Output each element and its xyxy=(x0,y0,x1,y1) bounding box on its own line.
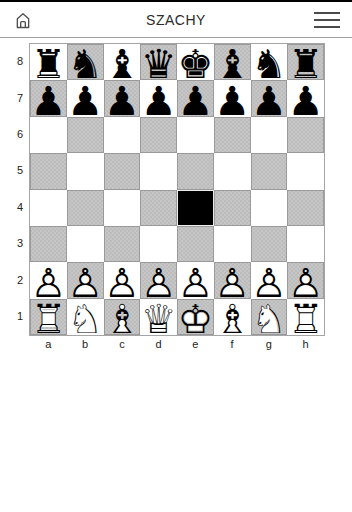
white-rook-a1: ♜♖ xyxy=(30,299,66,335)
file-label-f: f xyxy=(214,338,251,350)
square-c4[interactable] xyxy=(104,190,141,226)
white-pawn-a2: ♟♙ xyxy=(30,263,66,299)
black-king-e8: ♚ xyxy=(177,44,213,80)
black-pawn-c7: ♟ xyxy=(104,81,140,117)
square-b2[interactable]: ♟♙ xyxy=(67,262,104,298)
white-bishop-c1: ♝♗ xyxy=(104,299,140,335)
black-queen-d8: ♛ xyxy=(141,44,177,80)
square-f5[interactable] xyxy=(214,153,251,189)
square-d6[interactable] xyxy=(140,117,177,153)
page-title: SZACHY xyxy=(0,2,352,37)
black-pawn-f7: ♟ xyxy=(214,81,250,117)
file-label-e: e xyxy=(177,338,214,350)
square-g5[interactable] xyxy=(251,153,288,189)
square-e7[interactable]: ♟ xyxy=(177,80,214,116)
square-e3[interactable] xyxy=(177,226,214,262)
black-knight-g8: ♞ xyxy=(251,44,287,80)
rank-label-5: 5 xyxy=(0,152,29,188)
file-label-g: g xyxy=(251,338,288,350)
square-b7[interactable]: ♟ xyxy=(67,80,104,116)
square-b1[interactable]: ♞♘ xyxy=(67,299,104,335)
file-labels: abcdefgh xyxy=(30,338,352,350)
square-d3[interactable] xyxy=(140,226,177,262)
black-rook-a8: ♜ xyxy=(30,44,66,80)
home-button[interactable] xyxy=(12,9,34,31)
square-f6[interactable] xyxy=(214,117,251,153)
square-a3[interactable] xyxy=(30,226,67,262)
square-a7[interactable]: ♟ xyxy=(30,80,67,116)
square-d1[interactable]: ♛♕ xyxy=(140,299,177,335)
chess-board: ♜♞♝♛♚♝♞♜♟♟♟♟♟♟♟♟♟♙♟♙♟♙♟♙♟♙♟♙♟♙♟♙♜♖♞♘♝♗♛♕… xyxy=(29,43,325,336)
square-h1[interactable]: ♜♖ xyxy=(287,299,324,335)
white-bishop-f1: ♝♗ xyxy=(214,299,250,335)
rank-label-6: 6 xyxy=(0,116,29,152)
square-f1[interactable]: ♝♗ xyxy=(214,299,251,335)
square-h2[interactable]: ♟♙ xyxy=(287,262,324,298)
file-label-d: d xyxy=(140,338,177,350)
black-pawn-e7: ♟ xyxy=(177,81,213,117)
hamburger-menu-button[interactable] xyxy=(314,9,340,31)
square-e1[interactable]: ♚♔ xyxy=(177,299,214,335)
square-e4[interactable] xyxy=(177,190,214,226)
square-g2[interactable]: ♟♙ xyxy=(251,262,288,298)
square-a8[interactable]: ♜ xyxy=(30,44,67,80)
square-f4[interactable] xyxy=(214,190,251,226)
square-b3[interactable] xyxy=(67,226,104,262)
square-c6[interactable] xyxy=(104,117,141,153)
black-knight-b8: ♞ xyxy=(67,44,103,80)
square-c5[interactable] xyxy=(104,153,141,189)
white-pawn-f2: ♟♙ xyxy=(214,263,250,299)
square-c3[interactable] xyxy=(104,226,141,262)
white-rook-h1: ♜♖ xyxy=(288,299,324,335)
white-pawn-e2: ♟♙ xyxy=(177,263,213,299)
square-e5[interactable] xyxy=(177,153,214,189)
rank-label-1: 1 xyxy=(0,298,29,334)
square-g3[interactable] xyxy=(251,226,288,262)
square-h3[interactable] xyxy=(287,226,324,262)
square-d5[interactable] xyxy=(140,153,177,189)
square-d8[interactable]: ♛ xyxy=(140,44,177,80)
white-knight-g1: ♞♘ xyxy=(251,299,287,335)
hamburger-line xyxy=(314,19,340,21)
square-h4[interactable] xyxy=(287,190,324,226)
square-f7[interactable]: ♟ xyxy=(214,80,251,116)
white-queen-d1: ♛♕ xyxy=(141,299,177,335)
black-pawn-g7: ♟ xyxy=(251,81,287,117)
square-f3[interactable] xyxy=(214,226,251,262)
square-c2[interactable]: ♟♙ xyxy=(104,262,141,298)
square-g8[interactable]: ♞ xyxy=(251,44,288,80)
rank-label-4: 4 xyxy=(0,189,29,225)
white-king-e1: ♚♔ xyxy=(177,299,213,335)
square-f2[interactable]: ♟♙ xyxy=(214,262,251,298)
file-label-b: b xyxy=(67,338,104,350)
square-c7[interactable]: ♟ xyxy=(104,80,141,116)
white-knight-b1: ♞♘ xyxy=(67,299,103,335)
white-pawn-h2: ♟♙ xyxy=(288,263,324,299)
square-e6[interactable] xyxy=(177,117,214,153)
square-e2[interactable]: ♟♙ xyxy=(177,262,214,298)
square-a1[interactable]: ♜♖ xyxy=(30,299,67,335)
rank-label-2: 2 xyxy=(0,261,29,297)
square-g7[interactable]: ♟ xyxy=(251,80,288,116)
square-a5[interactable] xyxy=(30,153,67,189)
square-b4[interactable] xyxy=(67,190,104,226)
file-label-h: h xyxy=(287,338,324,350)
square-b6[interactable] xyxy=(67,117,104,153)
black-pawn-h7: ♟ xyxy=(288,81,324,117)
white-pawn-d2: ♟♙ xyxy=(141,263,177,299)
white-pawn-c2: ♟♙ xyxy=(104,263,140,299)
rank-label-3: 3 xyxy=(0,225,29,261)
white-pawn-g2: ♟♙ xyxy=(251,263,287,299)
square-b8[interactable]: ♞ xyxy=(67,44,104,80)
square-c8[interactable]: ♝ xyxy=(104,44,141,80)
black-rook-h8: ♜ xyxy=(288,44,324,80)
square-a2[interactable]: ♟♙ xyxy=(30,262,67,298)
square-c1[interactable]: ♝♗ xyxy=(104,299,141,335)
rank-label-8: 8 xyxy=(0,43,29,79)
file-label-a: a xyxy=(30,338,67,350)
square-g6[interactable] xyxy=(251,117,288,153)
file-label-c: c xyxy=(104,338,141,350)
square-a4[interactable] xyxy=(30,190,67,226)
rank-labels: 87654321 xyxy=(0,43,29,336)
chess-app-screen: { "app": { "title": "SZACHY" }, "header"… xyxy=(0,0,352,512)
square-h5[interactable] xyxy=(287,153,324,189)
square-f8[interactable]: ♝ xyxy=(214,44,251,80)
square-d2[interactable]: ♟♙ xyxy=(140,262,177,298)
square-h8[interactable]: ♜ xyxy=(287,44,324,80)
square-g1[interactable]: ♞♘ xyxy=(251,299,288,335)
rank-label-7: 7 xyxy=(0,79,29,115)
square-a6[interactable] xyxy=(30,117,67,153)
app-header: SZACHY xyxy=(0,2,352,38)
square-d4[interactable] xyxy=(140,190,177,226)
square-g4[interactable] xyxy=(251,190,288,226)
black-pawn-a7: ♟ xyxy=(30,81,66,117)
black-bishop-c8: ♝ xyxy=(104,44,140,80)
square-e8[interactable]: ♚ xyxy=(177,44,214,80)
square-d7[interactable]: ♟ xyxy=(140,80,177,116)
home-icon xyxy=(13,10,33,30)
white-pawn-b2: ♟♙ xyxy=(67,263,103,299)
square-b5[interactable] xyxy=(67,153,104,189)
black-pawn-b7: ♟ xyxy=(67,81,103,117)
hamburger-line xyxy=(314,26,340,28)
hamburger-line xyxy=(314,12,340,14)
black-bishop-f8: ♝ xyxy=(214,44,250,80)
square-h7[interactable]: ♟ xyxy=(287,80,324,116)
black-pawn-d7: ♟ xyxy=(141,81,177,117)
board-area: 87654321 ♜♞♝♛♚♝♞♜♟♟♟♟♟♟♟♟♟♙♟♙♟♙♟♙♟♙♟♙♟♙♟… xyxy=(0,43,352,350)
square-h6[interactable] xyxy=(287,117,324,153)
